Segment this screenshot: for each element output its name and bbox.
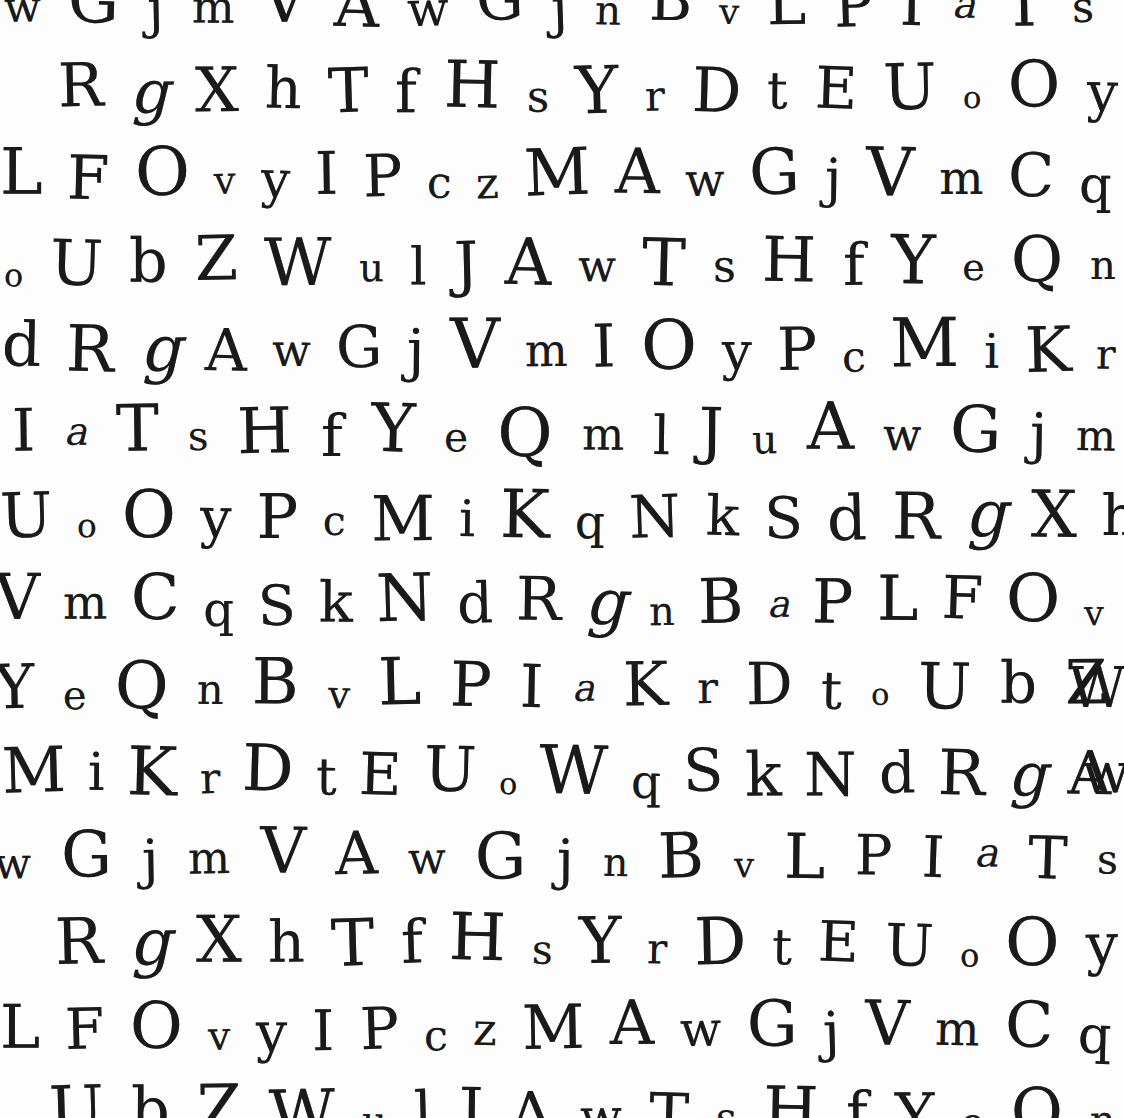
letter-cell: I [921, 828, 946, 886]
letter-cell-clipped: W [1068, 660, 1124, 716]
letter-cell: M [890, 309, 960, 377]
letter-cell: s [187, 417, 208, 457]
letter-cell: y [1085, 916, 1118, 974]
letter-cell: P [362, 146, 402, 205]
letter-cell: F [941, 568, 984, 629]
letter-cell: K [623, 654, 669, 715]
letter-cell: o [963, 83, 982, 114]
letter-cell: o [4, 259, 23, 291]
letter-cell: R [54, 910, 104, 975]
letter-cell-clipped: w [1082, 745, 1124, 801]
letter-cell: O [129, 993, 184, 1059]
letter-cell: O [121, 482, 175, 548]
letter-cell: c [427, 160, 452, 204]
letter-cell: n [603, 843, 629, 883]
letter-cell: X [196, 908, 242, 973]
letter-cell: w [406, 0, 449, 34]
letter-cell: j [550, 0, 569, 36]
letter-cell: o [959, 939, 979, 972]
letter-cell: s [1071, 0, 1094, 29]
letter-cell: M [522, 995, 586, 1057]
letter-cell: D [242, 736, 295, 802]
letter-cell: F [67, 147, 111, 209]
letter-cell: q [203, 585, 234, 633]
letter-cell: Y [578, 909, 621, 974]
letter-cell: M [1, 739, 67, 803]
letter-cell: r [697, 666, 718, 710]
letter-cell: o [871, 680, 890, 711]
letter-cell: D [693, 909, 746, 975]
letter-cell: y [1086, 65, 1118, 121]
letter-cell: k [745, 744, 782, 805]
letter-cell: i [88, 745, 105, 797]
letter-cell: Q [1011, 228, 1063, 292]
letter-cell: V [262, 0, 307, 33]
letter-cell: f [845, 1084, 867, 1118]
letter-cell: A [333, 0, 380, 38]
letter-cell: r [199, 757, 221, 800]
letter-cell: Y [575, 58, 620, 125]
letter-cell: T [648, 1085, 690, 1118]
letter-cell: V [865, 139, 915, 207]
letter-cell: B [697, 571, 743, 633]
letter-cell: L [767, 0, 807, 33]
letter-cell: S [763, 489, 802, 546]
letter-cell: v [719, 0, 740, 30]
letter-cell: T [115, 397, 159, 462]
letter-row: RgXhTfHsYrDtEUoOy [55, 900, 1118, 985]
letter-cell: I [312, 1003, 335, 1059]
letter-cell: Y [895, 1086, 934, 1118]
letter-cell: N [804, 744, 857, 804]
letter-row: VmCqSkNdRgnBaPLFOv [0, 559, 1104, 644]
letter-cell: j [824, 152, 841, 205]
letter-cell: A [204, 321, 247, 380]
letter-cell: g [1008, 745, 1046, 805]
letter-cell: h [1102, 487, 1124, 543]
letter-cell: P [854, 827, 892, 883]
letter-cell: d [1, 314, 42, 376]
letter-cell: l [413, 1083, 433, 1118]
letter-cell: V [864, 993, 910, 1055]
letter-cell: H [762, 229, 817, 292]
letter-row: oUbZWulJAwTsHfYeQn [4, 1071, 1116, 1118]
letter-cell: R [892, 484, 941, 549]
letter-cell: G [335, 319, 382, 378]
letter-cell: a [766, 586, 789, 624]
letter-cell: O [1006, 565, 1061, 632]
letter-cell: Y [0, 656, 35, 718]
letter-cell: j [822, 1005, 841, 1060]
letter-cell: j [556, 832, 573, 887]
letter-cell: V [259, 819, 306, 883]
letter-cell: R [57, 55, 104, 116]
letter-cell: n [595, 0, 622, 31]
letter-cell: j [407, 322, 425, 379]
letter-cell: A [504, 230, 552, 296]
letter-cell: E [814, 60, 858, 119]
letter-cell: u [362, 1102, 388, 1118]
letter-cell: P [449, 655, 492, 718]
letter-cell: r [647, 929, 668, 972]
letter-cell: y [260, 153, 291, 205]
letter-cell: Z [197, 1076, 243, 1118]
letter-cell: Z [194, 228, 238, 291]
letter-cell: W [264, 230, 332, 296]
letter-cell: v [734, 847, 754, 883]
letter-cell: f [395, 62, 417, 121]
letter-cell: T [330, 911, 375, 977]
letter-cell: H [236, 400, 292, 464]
letter-cell: I [592, 317, 617, 376]
letter-cell: w [882, 413, 921, 458]
letter-cell: O [1007, 53, 1060, 118]
letter-cell: d [827, 487, 868, 550]
letter-cell: y [256, 1005, 287, 1060]
letter-cell: e [962, 248, 985, 286]
letter-cell: D [746, 655, 793, 714]
letter-cell: c [841, 336, 866, 379]
letter-cell: t [821, 665, 843, 718]
letter-cell: H [448, 904, 506, 971]
letter-row: MiKrDtEUoWqSkNdRgAw [2, 730, 1112, 815]
letter-cell: B [252, 651, 299, 715]
letter-cell: r [645, 75, 666, 117]
letter-cell: l [652, 409, 670, 463]
letter-cell: e [444, 418, 468, 459]
letter-cell: o [3, 1110, 22, 1118]
letter-cell: C [1005, 993, 1054, 1056]
letter-cell: s [531, 930, 552, 971]
letter-cell: P [256, 485, 298, 547]
letter-cell: i [459, 494, 476, 545]
letter-cell: c [322, 500, 346, 541]
letter-cell: o [77, 510, 98, 543]
letter-cell: a [974, 832, 998, 872]
letter-cell: I [519, 657, 544, 717]
letter-cell: w [4, 0, 42, 29]
letter-row: UoOyPcMiKqNkSdRgXh [0, 474, 1124, 559]
letter-cell: L [0, 139, 43, 203]
letter-cell: A [610, 991, 655, 1053]
letter-cell: y [200, 490, 232, 546]
letter-cell: V [450, 310, 500, 379]
letter-cell: U [884, 917, 934, 976]
letter-cell: H [763, 1078, 820, 1118]
letter-cell: g [964, 482, 1006, 547]
letter-cell: m [187, 836, 230, 881]
letter-cell: U [917, 655, 971, 719]
letter-cell: M [523, 139, 591, 206]
letter-cell: Q [1011, 1080, 1063, 1118]
letter-cell: w [685, 156, 725, 203]
letter-cell: i [984, 328, 1000, 376]
letter-cell: U [423, 738, 477, 802]
letter-row: wGjmVAwGjnBvLPIaTs [4, 0, 1094, 47]
letter-cell: m [939, 154, 983, 201]
letter-cell: D [691, 60, 742, 123]
letter-cell: B [658, 825, 705, 889]
letter-cell: N [628, 487, 681, 547]
letter-cell: S [257, 579, 296, 635]
letter-cell: T [642, 230, 687, 296]
letter-cell: U [49, 232, 104, 296]
letter-cell: A [510, 1084, 554, 1118]
letter-cell: d [879, 744, 916, 802]
letter-cell: A [615, 140, 661, 203]
letter-cell: s [1097, 839, 1118, 880]
letter-row: LFOvyIPczMAwGjVmCq [0, 133, 1112, 218]
letter-cell: S [682, 740, 723, 799]
letter-cell: I [314, 144, 338, 203]
letter-cell: v [214, 161, 237, 200]
letter-cell: G [61, 823, 112, 887]
letter-cell: s [715, 1097, 736, 1118]
letter-cell: E [817, 914, 860, 971]
letter-cell: O [134, 138, 190, 206]
letter-cell: m [191, 0, 234, 30]
letter-cell: Y [891, 226, 936, 294]
letter-cell: q [1079, 159, 1112, 210]
letter-cell: m [524, 328, 567, 373]
letter-cell: z [473, 1006, 498, 1052]
letter-cell: f [400, 912, 424, 972]
letter-cell: v [208, 1016, 231, 1056]
letter-cell: M [370, 488, 434, 551]
letter-cell: n [649, 592, 675, 632]
letter-cell: w [579, 1092, 621, 1118]
letter-cell: H [443, 53, 501, 119]
letter-cell: e [960, 1103, 985, 1118]
letter-cell: R [516, 569, 562, 630]
letter-cell: f [321, 408, 343, 467]
letter-grid-page: wGjmVAwGjnBvLPIaTsRgXhTfHsYrDtEUoOyLFOvy… [0, 0, 1124, 1118]
letter-cell: j [141, 832, 159, 886]
letter-cell: R [66, 318, 116, 383]
letter-cell: l [410, 240, 427, 292]
letter-cell: E [358, 745, 402, 804]
letter-cell: L [877, 568, 919, 630]
letter-cell: n [197, 669, 224, 711]
letter-cell: r [1096, 335, 1116, 376]
letter-cell: T [327, 59, 370, 122]
letter-cell: J [453, 234, 479, 295]
letter-cell: g [585, 571, 626, 635]
letter-cell: u [358, 249, 383, 288]
letter-cell: n [1090, 245, 1116, 285]
letter-cell: T [1027, 829, 1068, 889]
letter-grid-board: wGjmVAwGjnBvLPIaTsRgXhTfHsYrDtEUoOyLFOvy… [0, 0, 1124, 1118]
letter-cell: O [1005, 909, 1061, 976]
letter-cell: X [194, 60, 238, 122]
letter-cell: K [126, 738, 178, 806]
letter-cell: w [0, 842, 31, 886]
letter-cell: L [783, 826, 825, 888]
letter-cell: d [456, 575, 493, 632]
letter-row: RgXhTfHsYrDtEUoOy [58, 47, 1118, 132]
letter-row: oUbZWulJAwTsHfYeQn [4, 218, 1116, 303]
letter-cell: A [807, 394, 854, 459]
letter-cell: m [581, 413, 623, 458]
letter-cell: V [0, 566, 40, 630]
letter-cell: g [128, 910, 171, 975]
letter-cell: R [937, 742, 986, 806]
letter-cell: c [424, 1015, 448, 1058]
letter-row: dRgAwGjVmIOyPcMiKr [2, 303, 1116, 388]
letter-cell: a [572, 670, 595, 708]
letter-cell: v [1084, 595, 1104, 631]
letter-cell: G [475, 824, 527, 889]
letter-cell: t [316, 751, 337, 803]
letter-cell: I [900, 0, 925, 34]
letter-cell: P [776, 320, 817, 380]
letter-cell: j [147, 0, 165, 36]
letter-row: wGjmVAwGjnBvLPIaTs [0, 815, 1118, 900]
letter-cell: W [539, 736, 609, 805]
letter-cell: O [640, 311, 697, 380]
letter-cell: w [578, 244, 616, 289]
letter-cell: w [407, 836, 446, 881]
letter-cell: s [526, 76, 549, 120]
letter-cell: Y [371, 395, 417, 463]
letter-cell: P [812, 571, 854, 633]
letter-cell: e [63, 676, 87, 716]
letter-cell: U [48, 1076, 105, 1118]
letter-cell: q [574, 499, 604, 546]
letter-cell: s [712, 244, 736, 289]
letter-row: YeQnBvLPIaKrDtoUbZW [0, 644, 1108, 729]
letter-cell: J [459, 1080, 484, 1118]
letter-cell: k [319, 575, 353, 631]
letter-cell: z [476, 162, 500, 206]
letter-cell: o [499, 769, 518, 799]
letter-cell: U [0, 484, 53, 548]
letter-cell: U [883, 56, 938, 121]
letter-cell: A [335, 823, 379, 883]
letter-cell: g [139, 317, 181, 381]
letter-cell: B [648, 0, 692, 30]
letter-cell: n [1090, 1101, 1116, 1118]
letter-cell: y [721, 325, 751, 378]
letter-cell: F [65, 1001, 106, 1058]
letter-cell: Q [114, 653, 169, 720]
letter-cell: P [359, 1000, 400, 1059]
letter-row: LFOvyIPczMAwGjVmCq [0, 986, 1112, 1071]
letter-cell: m [934, 1005, 979, 1053]
letter-cell: X [1030, 482, 1077, 547]
letter-cell: w [680, 1004, 722, 1053]
letter-cell: Q [497, 399, 552, 467]
letter-cell: G [746, 992, 797, 1056]
letter-cell: b [129, 231, 168, 291]
letter-cell: m [1076, 415, 1117, 458]
letter-cell: a [64, 413, 87, 452]
letter-cell: C [131, 566, 181, 630]
letter-cell: f [843, 236, 865, 294]
letter-cell: j [1030, 407, 1048, 462]
letter-cell: b [131, 1079, 170, 1118]
letter-cell: C [1008, 144, 1055, 205]
letter-cell: v [327, 675, 350, 715]
letter-cell: a [951, 0, 975, 24]
letter-cell: g [130, 63, 169, 123]
letter-cell: P [833, 0, 874, 36]
letter-cell: b [1000, 655, 1037, 713]
letter-cell: L [378, 649, 422, 715]
letter-cell: N [375, 565, 434, 632]
letter-cell: K [1024, 319, 1072, 383]
letter-cell: G [475, 0, 524, 30]
letter-cell: I [12, 402, 36, 461]
letter-cell: T [1002, 0, 1045, 37]
letter-cell: G [67, 0, 120, 33]
letter-cell: m [63, 580, 108, 627]
letter-cell: w [272, 328, 311, 373]
letter-cell: h [268, 914, 305, 972]
letter-cell: L [0, 996, 40, 1056]
letter-cell: J [698, 400, 723, 462]
letter-cell: h [264, 60, 302, 118]
letter-cell: t [767, 66, 788, 118]
letter-row: IaTsHfYeQmlJuAwGjm [12, 388, 1116, 473]
letter-cell: W [268, 1081, 336, 1118]
letter-cell: q [630, 758, 660, 805]
letter-cell: t [771, 923, 792, 973]
letter-cell: u [752, 420, 778, 460]
letter-cell: G [748, 140, 800, 205]
letter-cell: q [1078, 1008, 1113, 1061]
letter-cell: G [949, 397, 1002, 463]
letter-cell: K [500, 481, 551, 548]
letter-cell: k [705, 488, 740, 544]
